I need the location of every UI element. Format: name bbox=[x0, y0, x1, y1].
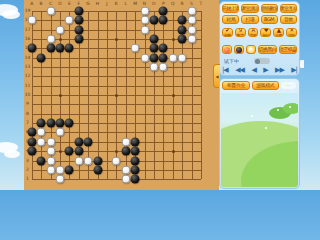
black-stone bbox=[74, 137, 83, 146]
column-label: M bbox=[133, 2, 137, 7]
nav-forward[interactable]: ▶ bbox=[263, 66, 267, 74]
black-stone bbox=[37, 119, 46, 128]
tool-label: 清除 bbox=[288, 34, 295, 38]
black-stone bbox=[55, 44, 64, 53]
flower bbox=[251, 115, 253, 117]
red-stone-button[interactable] bbox=[222, 45, 232, 54]
white-stone bbox=[140, 25, 149, 34]
black-stone bbox=[159, 7, 168, 16]
nav-back[interactable]: ◀ bbox=[251, 66, 255, 74]
row-label: 12 bbox=[25, 74, 31, 79]
black-stone bbox=[74, 16, 83, 25]
black-stone bbox=[74, 7, 83, 16]
black-stone-button-icon bbox=[236, 47, 242, 53]
control-panel: ◀ 开始上课课堂演示群组教学课堂互动 对局打谱BGM音效 ✔判断9数字A字母♥标… bbox=[219, 1, 300, 76]
mode-button[interactable]: 对局 bbox=[222, 15, 239, 24]
white-stone bbox=[55, 25, 64, 34]
star-point bbox=[59, 150, 62, 153]
column-label: L bbox=[124, 2, 127, 7]
grid-line bbox=[32, 142, 201, 143]
black-stone bbox=[27, 128, 36, 137]
tool-label: 字母 bbox=[250, 34, 257, 38]
row-label: 17 bbox=[25, 27, 31, 32]
black-stone bbox=[131, 147, 140, 156]
column-label: A bbox=[30, 2, 33, 7]
nav-forward10[interactable]: ▶▶ bbox=[275, 66, 284, 74]
action-pill-button[interactable]: 清空棋盘 bbox=[279, 45, 298, 54]
white-stone bbox=[55, 128, 64, 137]
star-point bbox=[115, 38, 118, 41]
row-label: 9 bbox=[26, 102, 29, 107]
grid-line bbox=[201, 11, 202, 179]
tool-label: 数字 bbox=[237, 34, 244, 38]
black-stone bbox=[74, 35, 83, 44]
nav-first[interactable]: |◀ bbox=[222, 66, 228, 74]
black-stone-button[interactable] bbox=[234, 45, 244, 54]
red-stone-button-icon bbox=[224, 47, 230, 53]
column-label: J bbox=[106, 2, 107, 7]
nav-last[interactable]: ▶| bbox=[291, 66, 297, 74]
mode-button[interactable]: BGM bbox=[261, 15, 278, 24]
tool-button-清除[interactable]: ✕清除 bbox=[286, 28, 297, 37]
bottom-button[interactable]: 游戏模式 bbox=[252, 81, 280, 90]
row-label: 3 bbox=[26, 158, 29, 163]
star-point bbox=[59, 38, 62, 41]
black-stone bbox=[131, 175, 140, 184]
white-stone bbox=[46, 156, 55, 165]
white-stone bbox=[178, 53, 187, 62]
black-stone bbox=[65, 147, 74, 156]
star-point bbox=[172, 38, 175, 41]
tool-button-判断[interactable]: ✔判断 bbox=[222, 28, 233, 37]
flower bbox=[289, 106, 291, 108]
white-stone bbox=[27, 16, 36, 25]
side-panel: ◀ 开始上课课堂演示群组教学课堂互动 对局打谱BGM音效 ✔判断9数字A字母♥标… bbox=[219, 0, 300, 190]
go-board[interactable]: A19B18C17D16E15F14G13H12J11K10L9M8N7O6P5… bbox=[24, 0, 219, 190]
white-stone bbox=[46, 147, 55, 156]
column-label: E bbox=[68, 2, 71, 7]
cloud bbox=[4, 150, 20, 158]
tool-label: 标记 bbox=[262, 34, 269, 38]
star-point bbox=[115, 150, 118, 153]
row-label: 8 bbox=[26, 112, 29, 117]
black-stone bbox=[159, 53, 168, 62]
row-label: 13 bbox=[25, 65, 31, 70]
nav-button-row: |◀◀◀◀▶▶▶▶| bbox=[222, 66, 297, 74]
star-point bbox=[59, 94, 62, 97]
white-stone bbox=[112, 156, 121, 165]
background-scene bbox=[221, 93, 298, 187]
white-stone bbox=[55, 165, 64, 174]
white-stone bbox=[159, 63, 168, 72]
column-label: O bbox=[152, 2, 156, 7]
black-stone bbox=[93, 156, 102, 165]
cloud bbox=[2, 10, 20, 19]
class-button[interactable]: 群组教学 bbox=[261, 4, 278, 13]
mode-button-row: 对局打谱BGM音效 bbox=[222, 15, 297, 24]
class-button-row: 开始上课课堂演示群组教学课堂互动 bbox=[222, 4, 297, 13]
tool-button-标记[interactable]: ♥标记 bbox=[260, 28, 271, 37]
star-point bbox=[115, 94, 118, 97]
black-stone bbox=[84, 137, 93, 146]
row-label: 19 bbox=[25, 9, 31, 14]
class-button[interactable]: 课堂互动 bbox=[280, 4, 297, 13]
black-stone bbox=[131, 165, 140, 174]
bottom-button-row: 布置作业游戏模式 bbox=[222, 81, 279, 90]
black-stone bbox=[131, 137, 140, 146]
white-stone bbox=[37, 137, 46, 146]
black-stone bbox=[65, 44, 74, 53]
class-button[interactable]: 课堂演示 bbox=[241, 4, 258, 13]
mode-button[interactable]: 打谱 bbox=[241, 15, 258, 24]
black-stone bbox=[46, 119, 55, 128]
toggle-knob bbox=[255, 59, 260, 64]
trial-mode-label: 试下中 bbox=[224, 58, 239, 64]
black-stone bbox=[37, 156, 46, 165]
white-stone bbox=[46, 35, 55, 44]
row-label: 14 bbox=[25, 55, 31, 60]
more-pill[interactable]: ··· bbox=[281, 82, 296, 89]
white-stone bbox=[187, 16, 196, 25]
black-stone bbox=[37, 53, 46, 62]
black-stone bbox=[65, 119, 74, 128]
row-label: 10 bbox=[25, 93, 31, 98]
black-stone bbox=[46, 44, 55, 53]
tool-button-三角[interactable]: ▲三角 bbox=[273, 28, 284, 37]
column-label: K bbox=[115, 2, 118, 7]
black-stone bbox=[55, 119, 64, 128]
white-stone-button-icon bbox=[248, 47, 254, 53]
white-stone-button[interactable] bbox=[246, 45, 256, 54]
white-stone bbox=[121, 137, 130, 146]
flower bbox=[277, 109, 279, 111]
black-stone bbox=[27, 44, 36, 53]
grid-line bbox=[32, 114, 201, 115]
black-stone bbox=[121, 147, 130, 156]
grid-line bbox=[32, 104, 201, 105]
black-stone bbox=[27, 147, 36, 156]
trial-mode-toggle[interactable] bbox=[254, 58, 270, 64]
white-stone bbox=[187, 35, 196, 44]
star-point bbox=[172, 94, 175, 97]
row-label: 7 bbox=[26, 121, 29, 126]
tool-label: 三角 bbox=[275, 34, 282, 38]
row-label: 16 bbox=[25, 37, 31, 42]
nav-back10[interactable]: ◀◀ bbox=[235, 66, 244, 74]
white-stone bbox=[121, 165, 130, 174]
white-stone bbox=[65, 16, 74, 25]
black-stone bbox=[149, 16, 158, 25]
white-stone bbox=[121, 175, 130, 184]
black-stone bbox=[65, 165, 74, 174]
star-point bbox=[172, 150, 175, 153]
white-stone bbox=[187, 25, 196, 34]
black-stone bbox=[74, 147, 83, 156]
black-stone bbox=[93, 165, 102, 174]
column-label: T bbox=[200, 2, 203, 7]
column-label: B bbox=[40, 2, 43, 7]
black-stone bbox=[131, 156, 140, 165]
flower bbox=[265, 127, 267, 129]
bush bbox=[283, 103, 298, 114]
grid-line bbox=[145, 11, 146, 179]
white-stone bbox=[140, 53, 149, 62]
white-stone bbox=[187, 7, 196, 16]
row-label: 1 bbox=[26, 177, 29, 182]
mode-button[interactable]: 音效 bbox=[280, 15, 297, 24]
tool-label: 判断 bbox=[224, 34, 231, 38]
white-stone bbox=[140, 16, 149, 25]
column-label: Q bbox=[171, 2, 175, 7]
class-button[interactable]: 开始上课 bbox=[222, 4, 239, 13]
action-pill-button[interactable]: 切换黑白 bbox=[258, 45, 277, 54]
column-label: R bbox=[181, 2, 184, 7]
tool-button-row: ✔判断9数字A字母♥标记▲三角✕清除 bbox=[222, 28, 297, 37]
row-label: 2 bbox=[26, 168, 29, 173]
grid-line bbox=[163, 11, 164, 179]
white-stone bbox=[37, 128, 46, 137]
black-stone bbox=[149, 35, 158, 44]
black-stone bbox=[159, 44, 168, 53]
white-stone bbox=[46, 165, 55, 174]
white-stone bbox=[131, 44, 140, 53]
black-stone bbox=[159, 16, 168, 25]
black-stone bbox=[149, 53, 158, 62]
stone-select-row: 切换黑白清空棋盘 bbox=[222, 45, 297, 54]
white-stone bbox=[74, 156, 83, 165]
black-stone bbox=[27, 137, 36, 146]
white-stone bbox=[168, 53, 177, 62]
white-stone bbox=[46, 7, 55, 16]
tool-button-数字[interactable]: 9数字 bbox=[235, 28, 246, 37]
column-label: D bbox=[58, 2, 61, 7]
scene-panel: 布置作业游戏模式 ··· bbox=[219, 78, 300, 189]
white-stone bbox=[140, 7, 149, 16]
black-stone bbox=[149, 44, 158, 53]
white-stone bbox=[84, 156, 93, 165]
row-label: 11 bbox=[25, 84, 31, 89]
tool-button-字母[interactable]: A字母 bbox=[248, 28, 259, 37]
bottom-button[interactable]: 布置作业 bbox=[222, 81, 250, 90]
black-stone bbox=[178, 25, 187, 34]
black-stone bbox=[74, 25, 83, 34]
column-label: G bbox=[86, 2, 90, 7]
white-stone bbox=[55, 175, 64, 184]
white-stone bbox=[149, 63, 158, 72]
column-label: H bbox=[96, 2, 99, 7]
black-stone bbox=[178, 35, 187, 44]
white-stone bbox=[46, 137, 55, 146]
black-stone bbox=[178, 16, 187, 25]
